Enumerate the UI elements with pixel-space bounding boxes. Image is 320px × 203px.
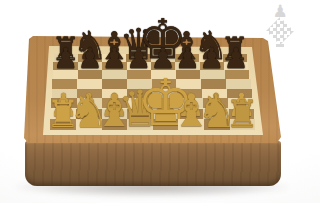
chess-box-front-face xyxy=(25,141,281,186)
square-b4 xyxy=(77,89,102,99)
square-f4 xyxy=(177,89,202,99)
square-d6 xyxy=(127,70,152,79)
square-a8: ♜ xyxy=(54,54,78,62)
square-e1: ♚ xyxy=(153,119,179,130)
square-e7: ♟ xyxy=(151,62,175,70)
square-e2: ♟ xyxy=(153,109,178,120)
square-d5 xyxy=(127,79,152,88)
rank-5 xyxy=(52,79,250,88)
square-a6 xyxy=(53,70,78,79)
square-g1: ♞ xyxy=(204,119,230,130)
square-h6 xyxy=(225,70,250,79)
square-d4 xyxy=(127,89,152,99)
square-h5 xyxy=(226,79,251,88)
square-h8: ♜ xyxy=(223,54,247,62)
square-e3 xyxy=(152,98,177,108)
square-d7: ♟ xyxy=(127,62,151,70)
square-e5 xyxy=(152,79,177,88)
square-g4 xyxy=(202,89,227,99)
square-f1: ♝ xyxy=(178,119,204,130)
square-d3 xyxy=(127,98,152,108)
square-d8: ♛ xyxy=(126,54,150,62)
square-h3 xyxy=(228,98,253,108)
square-c3 xyxy=(102,98,127,108)
square-h1: ♜ xyxy=(230,119,256,130)
square-g8: ♞ xyxy=(199,54,223,62)
rank-6 xyxy=(53,70,249,79)
square-b1: ♞ xyxy=(76,119,102,130)
square-b8: ♞ xyxy=(78,54,102,62)
square-g6 xyxy=(200,70,225,79)
square-a7: ♟ xyxy=(53,62,77,70)
square-c6 xyxy=(102,70,127,79)
square-g3 xyxy=(203,98,228,108)
rank-8: ♜♞♝♛♚♝♞♜ xyxy=(54,54,247,62)
rank-4 xyxy=(52,89,252,99)
square-g2: ♟ xyxy=(203,109,228,120)
square-c2: ♟ xyxy=(102,109,127,120)
watermark-base xyxy=(276,44,284,47)
square-c8: ♝ xyxy=(102,54,126,62)
square-a5 xyxy=(52,79,77,88)
square-f6 xyxy=(176,70,201,79)
square-c4 xyxy=(102,89,127,99)
square-f7: ♟ xyxy=(175,62,199,70)
square-b2: ♟ xyxy=(76,109,101,120)
square-c1: ♝ xyxy=(102,119,128,130)
square-f8: ♝ xyxy=(175,54,199,62)
square-b6 xyxy=(78,70,103,79)
square-e4 xyxy=(152,89,177,99)
square-b5 xyxy=(77,79,102,88)
square-a4 xyxy=(52,89,77,99)
square-g5 xyxy=(201,79,226,88)
square-a2: ♟ xyxy=(51,109,76,120)
watermark-diamond-lattice xyxy=(266,17,294,45)
square-g7: ♟ xyxy=(200,62,224,70)
square-h4 xyxy=(227,89,252,99)
rank-3 xyxy=(51,98,253,108)
square-b3 xyxy=(77,98,102,108)
square-c7: ♟ xyxy=(102,62,126,70)
square-d2: ♟ xyxy=(127,109,152,120)
square-e6 xyxy=(151,70,176,79)
square-c5 xyxy=(102,79,127,88)
square-e8: ♚ xyxy=(151,54,175,62)
chess-ornament-watermark: ♟ xyxy=(261,4,299,48)
square-a3 xyxy=(51,98,76,108)
square-f3 xyxy=(177,98,202,108)
square-b7: ♟ xyxy=(78,62,102,70)
rank-2: ♟♟♟♟♟♟♟♟ xyxy=(51,109,254,120)
square-h2: ♟ xyxy=(229,109,254,120)
square-d1: ♛ xyxy=(127,119,153,130)
square-f5 xyxy=(176,79,201,88)
rank-7: ♟♟♟♟♟♟♟♟ xyxy=(53,62,248,70)
rank-1: ♜♞♝♛♚♝♞♜ xyxy=(50,119,255,130)
square-a1: ♜ xyxy=(50,119,76,130)
square-h7: ♟ xyxy=(224,62,248,70)
square-f2: ♟ xyxy=(178,109,203,120)
